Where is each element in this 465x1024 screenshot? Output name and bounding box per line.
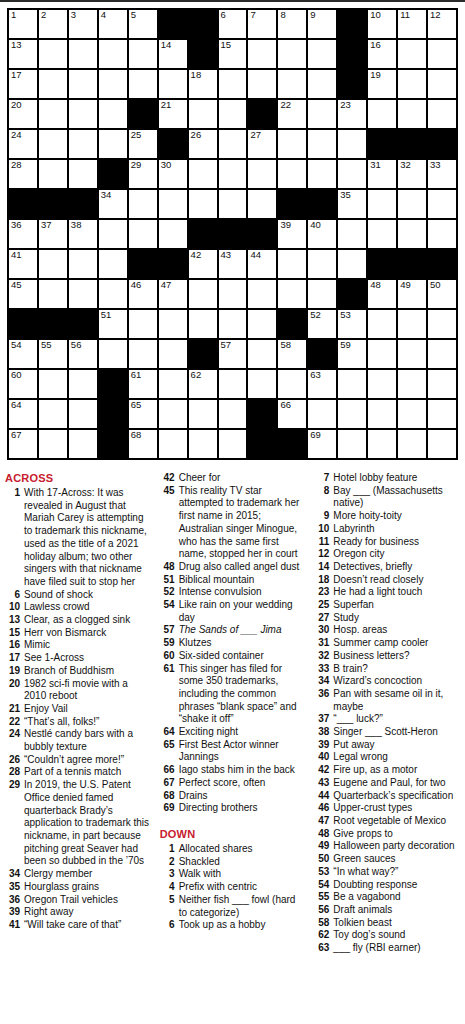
grid-cell[interactable]: 56 [69, 340, 97, 368]
grid-cell[interactable] [428, 310, 456, 338]
grid-cell[interactable] [428, 220, 456, 248]
clue-across-42: 42Cheer for [160, 472, 306, 485]
clue-number: 65 [160, 739, 175, 764]
black-square [9, 190, 37, 218]
grid-cell[interactable] [308, 130, 336, 158]
clue-text: Halloween party decoration [333, 840, 460, 853]
grid-cell[interactable] [428, 340, 456, 368]
grid-cell[interactable] [308, 100, 336, 128]
grid-cell[interactable]: 24 [9, 130, 37, 158]
clue-number: 36 [314, 688, 329, 713]
grid-cell[interactable]: 20 [9, 100, 37, 128]
clue-number: 60 [160, 650, 175, 663]
grid-cell[interactable] [278, 280, 306, 308]
grid-cell[interactable] [219, 160, 247, 188]
grid-cell[interactable]: 42 [189, 250, 217, 278]
grid-cell[interactable]: 16 [368, 40, 396, 68]
clue-across-34: 34Clergy member [5, 868, 151, 881]
grid-cell[interactable] [368, 370, 396, 398]
grid-cell[interactable] [189, 400, 217, 428]
grid-cell[interactable] [99, 340, 127, 368]
black-square [248, 220, 276, 248]
grid-cell[interactable] [398, 430, 426, 458]
clue-text: Quarterback’s specification [333, 790, 460, 803]
clue-across-20: 201982 sci-fi movie with a 2010 reboot [5, 678, 151, 703]
grid-cell[interactable] [129, 40, 157, 68]
grid-cell[interactable] [189, 280, 217, 308]
cell-number: 34 [101, 190, 112, 200]
grid-cell[interactable]: 60 [9, 370, 37, 398]
clues-section: ACROSS 1With 17-Across: It was revealed … [0, 460, 465, 955]
grid-cell[interactable] [99, 40, 127, 68]
grid-cell[interactable]: 1 [9, 10, 37, 38]
grid-cell[interactable]: 26 [189, 130, 217, 158]
clue-text: Detectives, briefly [333, 561, 460, 574]
clue-text: B train? [333, 663, 460, 676]
black-square [338, 10, 366, 38]
black-square [159, 250, 187, 278]
grid-cell[interactable] [39, 430, 67, 458]
black-square [248, 100, 276, 128]
grid-cell[interactable] [159, 430, 187, 458]
black-square [99, 370, 127, 398]
grid-cell[interactable] [338, 250, 366, 278]
grid-cell[interactable] [189, 160, 217, 188]
clue-across-69: 69Directing brothers [160, 802, 306, 815]
clue-across-26: 26“Couldn’t agree more!” [5, 754, 151, 767]
grid-cell[interactable] [248, 370, 276, 398]
cell-number: 45 [11, 280, 22, 290]
grid-cell[interactable] [398, 370, 426, 398]
clue-text: Shackled [179, 856, 306, 869]
grid-cell[interactable] [248, 190, 276, 218]
clue-number: 24 [5, 728, 20, 753]
cell-number: 2 [41, 10, 46, 20]
grid-cell[interactable]: 61 [129, 370, 157, 398]
clue-number: 9 [314, 510, 329, 523]
clue-text: Klutzes [179, 637, 306, 650]
grid-cell[interactable]: 57 [219, 340, 247, 368]
grid-cell[interactable] [219, 280, 247, 308]
clue-across-19: 19Branch of Buddhism [5, 665, 151, 678]
grid-cell[interactable] [278, 250, 306, 278]
clue-number: 3 [160, 868, 175, 881]
grid-cell[interactable] [338, 430, 366, 458]
grid-cell[interactable]: 55 [39, 340, 67, 368]
grid-cell[interactable] [338, 400, 366, 428]
grid-cell[interactable]: 12 [428, 10, 456, 38]
grid-cell[interactable] [428, 100, 456, 128]
grid-cell[interactable] [219, 70, 247, 98]
grid-cell[interactable]: 19 [368, 70, 396, 98]
cell-number: 25 [131, 130, 142, 140]
grid-cell[interactable] [428, 430, 456, 458]
grid-cell[interactable]: 62 [189, 370, 217, 398]
grid-cell[interactable]: 52 [308, 310, 336, 338]
grid-cell[interactable] [428, 370, 456, 398]
grid-cell[interactable] [129, 220, 157, 248]
grid-cell[interactable] [129, 70, 157, 98]
grid-cell[interactable] [278, 70, 306, 98]
grid-cell[interactable] [39, 370, 67, 398]
cell-number: 62 [191, 370, 202, 380]
grid-cell[interactable] [368, 400, 396, 428]
cell-number: 21 [161, 100, 172, 110]
grid-cell[interactable] [189, 430, 217, 458]
clue-number: 21 [5, 703, 20, 716]
grid-cell[interactable] [308, 250, 336, 278]
grid-cell[interactable]: 68 [129, 430, 157, 458]
black-square [248, 430, 276, 458]
clue-text: The Sands of ___ Jima [179, 624, 306, 637]
grid-cell[interactable] [69, 100, 97, 128]
clue-down-62: 62Toy dog’s sound [314, 929, 460, 942]
clue-down-58: 58Tolkien beast [314, 917, 460, 930]
grid-cell[interactable] [99, 250, 127, 278]
black-square [308, 190, 336, 218]
clue-text: Iago stabs him in the back [179, 764, 306, 777]
grid-cell[interactable]: 67 [9, 430, 37, 458]
clue-text: Study [333, 612, 460, 625]
grid-cell[interactable] [248, 70, 276, 98]
grid-cell[interactable] [39, 250, 67, 278]
grid-cell[interactable] [398, 40, 426, 68]
clue-number: 17 [5, 652, 20, 665]
grid-cell[interactable] [428, 40, 456, 68]
grid-cell[interactable]: 3 [69, 10, 97, 38]
grid-cell[interactable]: 54 [9, 340, 37, 368]
grid-cell[interactable]: 14 [159, 40, 187, 68]
clue-text: See 1-Across [24, 652, 151, 665]
cell-number: 29 [131, 160, 142, 170]
grid-cell[interactable]: 69 [308, 430, 336, 458]
grid-cell[interactable] [159, 370, 187, 398]
clue-number: 38 [314, 726, 329, 739]
grid-cell[interactable]: 31 [368, 160, 396, 188]
grid-cell[interactable]: 45 [9, 280, 37, 308]
clue-down-40: 40Legal wrong [314, 751, 460, 764]
black-square [39, 310, 67, 338]
cell-number: 18 [191, 70, 202, 80]
clue-down-56: 56Draft animals [314, 904, 460, 917]
cell-number: 40 [310, 220, 321, 230]
clue-across-64: 64Exciting night [160, 726, 306, 739]
grid-cell[interactable]: 59 [338, 340, 366, 368]
black-square [368, 250, 396, 278]
clue-number: 67 [160, 777, 175, 790]
cell-number: 66 [280, 400, 291, 410]
grid-cell[interactable]: 46 [129, 280, 157, 308]
clue-number: 57 [160, 624, 175, 637]
clue-number: 39 [314, 739, 329, 752]
grid-cell[interactable]: 2 [39, 10, 67, 38]
grid-cell[interactable]: 33 [428, 160, 456, 188]
clue-number: 53 [314, 866, 329, 879]
grid-cell[interactable]: 17 [9, 70, 37, 98]
grid-cell[interactable]: 41 [9, 250, 37, 278]
clue-down-44: 44Quarterback’s specification [314, 790, 460, 803]
clue-number: 40 [314, 751, 329, 764]
grid-cell[interactable] [278, 160, 306, 188]
black-square [9, 310, 37, 338]
grid-cell[interactable]: 66 [278, 400, 306, 428]
grid-cell[interactable]: 27 [248, 130, 276, 158]
grid-cell[interactable]: 40 [308, 220, 336, 248]
grid-cell[interactable]: 35 [338, 190, 366, 218]
cell-number: 58 [280, 340, 291, 350]
grid-cell[interactable] [398, 310, 426, 338]
grid-cell[interactable]: 11 [398, 10, 426, 38]
grid-cell[interactable]: 28 [9, 160, 37, 188]
grid-cell[interactable]: 7 [248, 10, 276, 38]
grid-cell[interactable] [368, 100, 396, 128]
grid-cell[interactable]: 50 [428, 280, 456, 308]
clue-number: 61 [160, 663, 175, 727]
grid-cell[interactable] [159, 340, 187, 368]
grid-cell[interactable] [219, 130, 247, 158]
grid-cell[interactable] [129, 340, 157, 368]
black-square [69, 310, 97, 338]
grid-cell[interactable]: 22 [278, 100, 306, 128]
clue-text: “That’s all, folks!” [24, 716, 151, 729]
grid-cell[interactable] [368, 220, 396, 248]
grid-cell[interactable] [39, 100, 67, 128]
grid-cell[interactable] [248, 310, 276, 338]
grid-cell[interactable] [398, 100, 426, 128]
grid-cell[interactable] [39, 160, 67, 188]
clue-text: First Best Actor winner Jannings [179, 739, 306, 764]
grid-cell[interactable]: 8 [278, 10, 306, 38]
crossword-page: 1234567891011121314151617181920212223242… [0, 0, 465, 1024]
grid-cell[interactable] [159, 310, 187, 338]
grid-cell[interactable]: 25 [129, 130, 157, 158]
grid-cell[interactable] [99, 70, 127, 98]
grid-cell[interactable] [39, 280, 67, 308]
grid-cell[interactable] [69, 280, 97, 308]
clue-text: Clergy member [24, 868, 151, 881]
grid-cell[interactable] [39, 130, 67, 158]
grid-cell[interactable]: 5 [129, 10, 157, 38]
clue-number: 23 [314, 586, 329, 599]
grid-cell[interactable] [189, 310, 217, 338]
grid-cell[interactable] [219, 370, 247, 398]
grid-cell[interactable] [159, 70, 187, 98]
grid-cell[interactable]: 6 [219, 10, 247, 38]
black-square [428, 130, 456, 158]
clue-number: 2 [160, 856, 175, 869]
grid-cell[interactable]: 23 [338, 100, 366, 128]
cell-number: 5 [131, 10, 136, 20]
clue-number: 14 [314, 561, 329, 574]
clue-across-68: 68Drains [160, 790, 306, 803]
grid-cell[interactable]: 30 [159, 160, 187, 188]
cell-number: 1 [11, 10, 16, 20]
grid-cell[interactable] [338, 160, 366, 188]
clue-text: Doubting response [333, 879, 460, 892]
grid-cell[interactable] [308, 280, 336, 308]
clue-down-48: 48Give props to [314, 828, 460, 841]
clue-down-7: 7Hotel lobby feature [314, 472, 460, 485]
grid-cell[interactable]: 38 [69, 220, 97, 248]
grid-cell[interactable] [398, 190, 426, 218]
grid-cell[interactable] [308, 400, 336, 428]
cell-number: 35 [340, 190, 351, 200]
black-square [308, 340, 336, 368]
grid-cell[interactable]: 29 [129, 160, 157, 188]
grid-cell[interactable] [219, 100, 247, 128]
grid-cell[interactable] [338, 220, 366, 248]
grid-cell[interactable]: 13 [9, 40, 37, 68]
grid-cell[interactable] [99, 280, 127, 308]
grid-cell[interactable] [159, 190, 187, 218]
grid-cell[interactable]: 37 [39, 220, 67, 248]
clue-text: Ready for business [333, 536, 460, 549]
clue-text: Oregon city [333, 548, 460, 561]
grid-cell[interactable] [99, 100, 127, 128]
grid-cell[interactable] [338, 130, 366, 158]
grid-cell[interactable] [189, 190, 217, 218]
cell-number: 42 [191, 250, 202, 260]
grid-cell[interactable] [69, 130, 97, 158]
grid-cell[interactable] [219, 400, 247, 428]
grid-cell[interactable] [368, 340, 396, 368]
grid-cell[interactable] [248, 340, 276, 368]
grid-cell[interactable] [398, 70, 426, 98]
grid-cell[interactable] [159, 400, 187, 428]
grid-cell[interactable] [69, 430, 97, 458]
clue-across-13: 13Clear, as a clogged sink [5, 614, 151, 627]
grid-cell[interactable]: 18 [189, 70, 217, 98]
grid-cell[interactable] [368, 190, 396, 218]
grid-cell[interactable]: 51 [99, 310, 127, 338]
grid-cell[interactable] [69, 370, 97, 398]
grid-cell[interactable] [398, 340, 426, 368]
grid-cell[interactable] [308, 40, 336, 68]
black-square [338, 70, 366, 98]
grid-cell[interactable] [308, 70, 336, 98]
grid-cell[interactable]: 10 [368, 10, 396, 38]
black-square [248, 400, 276, 428]
grid-cell[interactable] [368, 310, 396, 338]
grid-cell[interactable]: 4 [99, 10, 127, 38]
grid-cell[interactable] [219, 310, 247, 338]
grid-cell[interactable]: 48 [368, 280, 396, 308]
across-header: ACROSS [5, 472, 151, 485]
cell-number: 31 [370, 160, 381, 170]
clue-text: Give props to [333, 828, 460, 841]
clue-text: Oregon Trail vehicles [24, 894, 151, 907]
clue-down-47: 47Root vegetable of Mexico [314, 815, 460, 828]
grid-cell[interactable] [219, 190, 247, 218]
clue-text: Tolkien beast [333, 917, 460, 930]
clue-text: Sound of shock [24, 589, 151, 602]
grid-cell[interactable]: 32 [398, 160, 426, 188]
grid-cell[interactable] [99, 220, 127, 248]
grid-cell[interactable]: 65 [129, 400, 157, 428]
black-square [99, 430, 127, 458]
clue-text: Hosp. areas [333, 624, 460, 637]
grid-cell[interactable] [248, 280, 276, 308]
clue-text: Allocated shares [179, 843, 306, 856]
clue-number: 1 [160, 843, 175, 856]
grid-cell[interactable] [308, 160, 336, 188]
grid-cell[interactable] [338, 370, 366, 398]
grid-cell[interactable] [248, 160, 276, 188]
grid-cell[interactable] [278, 370, 306, 398]
grid-cell[interactable] [398, 400, 426, 428]
grid-cell[interactable] [428, 70, 456, 98]
grid-cell[interactable]: 34 [99, 190, 127, 218]
grid-cell[interactable] [248, 40, 276, 68]
grid-cell[interactable] [99, 130, 127, 158]
clue-across-22: 22“That’s all, folks!” [5, 716, 151, 729]
grid-cell[interactable] [39, 40, 67, 68]
clue-down-31: 31Summer camp cooler [314, 637, 460, 650]
clue-number: 27 [314, 612, 329, 625]
grid-cell[interactable] [39, 70, 67, 98]
clue-across-10: 10Lawless crowd [5, 601, 151, 614]
cell-number: 43 [221, 250, 232, 260]
grid-cell[interactable] [368, 430, 396, 458]
grid-cell[interactable]: 64 [9, 400, 37, 428]
grid-cell[interactable] [129, 190, 157, 218]
clue-number: 29 [5, 779, 20, 868]
grid-cell[interactable] [69, 160, 97, 188]
grid-cell[interactable]: 15 [219, 40, 247, 68]
grid-cell[interactable]: 53 [338, 310, 366, 338]
grid-cell[interactable] [69, 400, 97, 428]
grid-cell[interactable]: 47 [159, 280, 187, 308]
grid-cell[interactable]: 58 [278, 340, 306, 368]
cell-number: 15 [221, 40, 232, 50]
grid-cell[interactable] [39, 400, 67, 428]
grid-cell[interactable]: 44 [248, 250, 276, 278]
grid-cell[interactable] [69, 40, 97, 68]
grid-cell[interactable]: 49 [398, 280, 426, 308]
grid-cell[interactable] [69, 250, 97, 278]
grid-cell[interactable] [219, 430, 247, 458]
grid-cell[interactable]: 43 [219, 250, 247, 278]
grid-cell[interactable]: 63 [308, 370, 336, 398]
grid-cell[interactable] [428, 400, 456, 428]
grid-cell[interactable] [278, 130, 306, 158]
grid-cell[interactable] [189, 100, 217, 128]
grid-cell[interactable] [159, 220, 187, 248]
clue-across-39: 39Right away [5, 906, 151, 919]
grid-cell[interactable] [278, 40, 306, 68]
cell-number: 26 [191, 130, 202, 140]
clue-number: 33 [314, 663, 329, 676]
grid-cell[interactable] [69, 70, 97, 98]
clue-text: Enjoy Vail [24, 703, 151, 716]
grid-cell[interactable] [428, 190, 456, 218]
clue-text: Fire up, as a motor [333, 764, 460, 777]
grid-cell[interactable]: 36 [9, 220, 37, 248]
grid-cell[interactable] [129, 310, 157, 338]
clue-text: “Couldn’t agree more!” [24, 754, 151, 767]
black-square [189, 340, 217, 368]
grid-cell[interactable]: 21 [159, 100, 187, 128]
black-square [69, 190, 97, 218]
clue-text: Upper-crust types [333, 802, 460, 815]
clue-down-18: 18Doesn’t read closely [314, 574, 460, 587]
black-square [159, 130, 187, 158]
grid-cell[interactable]: 9 [308, 10, 336, 38]
clue-down-10: 10Labyrinth [314, 523, 460, 536]
grid-cell[interactable]: 39 [278, 220, 306, 248]
clue-down-42: 42Fire up, as a motor [314, 764, 460, 777]
grid-cell[interactable] [398, 220, 426, 248]
